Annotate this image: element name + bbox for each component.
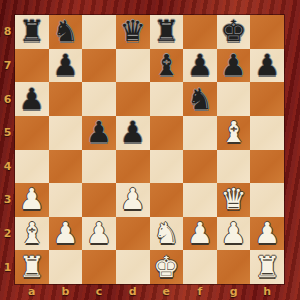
file-label-a: a	[15, 283, 49, 300]
square-e7[interactable]: ♝	[150, 49, 184, 83]
square-g2[interactable]: ♟	[217, 217, 251, 251]
piece-white-pawn[interactable]: ♟	[52, 217, 78, 250]
square-c8[interactable]	[82, 15, 116, 49]
square-a4[interactable]	[15, 150, 49, 184]
piece-black-pawn[interactable]: ♟	[221, 49, 247, 82]
file-label-h: h	[250, 283, 284, 300]
square-c4[interactable]	[82, 150, 116, 184]
square-b8[interactable]: ♞	[49, 15, 83, 49]
piece-black-pawn[interactable]: ♟	[120, 116, 146, 149]
square-c3[interactable]	[82, 183, 116, 217]
square-c7[interactable]	[82, 49, 116, 83]
piece-white-pawn[interactable]: ♟	[254, 217, 280, 250]
square-f4[interactable]	[183, 150, 217, 184]
square-a5[interactable]	[15, 116, 49, 150]
square-g3[interactable]: ♛	[217, 183, 251, 217]
square-f1[interactable]	[183, 250, 217, 284]
square-a1[interactable]: ♜	[15, 250, 49, 284]
piece-white-queen[interactable]: ♛	[221, 183, 247, 216]
square-e5[interactable]	[150, 116, 184, 150]
rank-label-5: 5	[0, 116, 15, 150]
square-b7[interactable]: ♟	[49, 49, 83, 83]
piece-white-knight[interactable]: ♞	[153, 217, 179, 250]
piece-black-rook[interactable]: ♜	[153, 15, 179, 48]
piece-white-pawn[interactable]: ♟	[221, 217, 247, 250]
piece-white-rook[interactable]: ♜	[254, 251, 280, 284]
piece-white-king[interactable]: ♚	[153, 251, 179, 284]
rank-label-2: 2	[0, 217, 15, 251]
rank-label-8: 8	[0, 15, 15, 49]
file-label-c: c	[82, 283, 116, 300]
square-a2[interactable]: ♝	[15, 217, 49, 251]
square-f2[interactable]: ♟	[183, 217, 217, 251]
square-h1[interactable]: ♜	[250, 250, 284, 284]
chess-board: ♜♞♛♜♚♟♝♟♟♟♟♞♟♟♝♟♟♛♝♟♟♞♟♟♟♜♚♜	[15, 15, 284, 284]
square-e6[interactable]	[150, 82, 184, 116]
file-label-b: b	[49, 283, 83, 300]
square-g6[interactable]	[217, 82, 251, 116]
square-d2[interactable]	[116, 217, 150, 251]
square-a7[interactable]	[15, 49, 49, 83]
square-e3[interactable]	[150, 183, 184, 217]
square-h8[interactable]	[250, 15, 284, 49]
rank-labels: 87654321	[0, 15, 15, 284]
square-c2[interactable]: ♟	[82, 217, 116, 251]
file-label-g: g	[217, 283, 251, 300]
rank-label-7: 7	[0, 49, 15, 83]
square-h2[interactable]: ♟	[250, 217, 284, 251]
square-f7[interactable]: ♟	[183, 49, 217, 83]
square-b2[interactable]: ♟	[49, 217, 83, 251]
piece-black-pawn[interactable]: ♟	[86, 116, 112, 149]
rank-label-3: 3	[0, 183, 15, 217]
square-g5[interactable]: ♝	[217, 116, 251, 150]
square-f3[interactable]	[183, 183, 217, 217]
piece-black-rook[interactable]: ♜	[19, 15, 45, 48]
square-e1[interactable]: ♚	[150, 250, 184, 284]
file-label-e: e	[150, 283, 184, 300]
rank-label-4: 4	[0, 150, 15, 184]
square-e2[interactable]: ♞	[150, 217, 184, 251]
square-g4[interactable]	[217, 150, 251, 184]
square-d1[interactable]	[116, 250, 150, 284]
piece-black-pawn[interactable]: ♟	[187, 49, 213, 82]
piece-black-bishop[interactable]: ♝	[153, 49, 179, 82]
piece-black-knight[interactable]: ♞	[52, 15, 78, 48]
square-g8[interactable]: ♚	[217, 15, 251, 49]
square-e8[interactable]: ♜	[150, 15, 184, 49]
piece-black-pawn[interactable]: ♟	[52, 49, 78, 82]
square-f5[interactable]	[183, 116, 217, 150]
square-d5[interactable]: ♟	[116, 116, 150, 150]
chess-board-screenshot: 87654321 ♜♞♛♜♚♟♝♟♟♟♟♞♟♟♝♟♟♛♝♟♟♞♟♟♟♜♚♜ ab…	[0, 0, 300, 300]
square-d7[interactable]	[116, 49, 150, 83]
square-d8[interactable]: ♛	[116, 15, 150, 49]
square-c1[interactable]	[82, 250, 116, 284]
piece-black-queen[interactable]: ♛	[120, 15, 146, 48]
square-c6[interactable]	[82, 82, 116, 116]
square-d4[interactable]	[116, 150, 150, 184]
square-e4[interactable]	[150, 150, 184, 184]
file-label-d: d	[116, 283, 150, 300]
piece-white-bishop[interactable]: ♝	[19, 217, 45, 250]
square-g1[interactable]	[217, 250, 251, 284]
piece-white-pawn[interactable]: ♟	[187, 217, 213, 250]
square-d6[interactable]	[116, 82, 150, 116]
square-b4[interactable]	[49, 150, 83, 184]
square-a3[interactable]: ♟	[15, 183, 49, 217]
rank-label-1: 1	[0, 250, 15, 284]
square-a6[interactable]: ♟	[15, 82, 49, 116]
square-c5[interactable]: ♟	[82, 116, 116, 150]
square-h3[interactable]	[250, 183, 284, 217]
square-h6[interactable]	[250, 82, 284, 116]
rank-label-6: 6	[0, 82, 15, 116]
square-a8[interactable]: ♜	[15, 15, 49, 49]
square-h7[interactable]: ♟	[250, 49, 284, 83]
piece-black-knight[interactable]: ♞	[187, 83, 213, 116]
piece-white-pawn[interactable]: ♟	[120, 183, 146, 216]
square-b5[interactable]	[49, 116, 83, 150]
piece-black-pawn[interactable]: ♟	[19, 83, 45, 116]
square-f6[interactable]: ♞	[183, 82, 217, 116]
square-f8[interactable]	[183, 15, 217, 49]
file-labels: abcdefgh	[15, 283, 284, 300]
piece-black-pawn[interactable]: ♟	[254, 49, 280, 82]
square-b3[interactable]	[49, 183, 83, 217]
square-b1[interactable]	[49, 250, 83, 284]
square-g7[interactable]: ♟	[217, 49, 251, 83]
piece-white-rook[interactable]: ♜	[19, 251, 45, 284]
piece-white-pawn[interactable]: ♟	[86, 217, 112, 250]
square-h5[interactable]	[250, 116, 284, 150]
file-label-f: f	[183, 283, 217, 300]
piece-white-pawn[interactable]: ♟	[19, 183, 45, 216]
square-b6[interactable]	[49, 82, 83, 116]
square-d3[interactable]: ♟	[116, 183, 150, 217]
square-h4[interactable]	[250, 150, 284, 184]
piece-white-bishop[interactable]: ♝	[221, 116, 247, 149]
piece-black-king[interactable]: ♚	[221, 15, 247, 48]
